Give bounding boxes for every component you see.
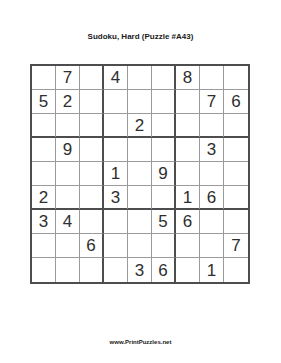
cell-r9c3: [80, 258, 104, 282]
cell-r1c1: [32, 66, 56, 90]
cell-r8c8: [200, 234, 224, 258]
cell-r5c8: [200, 162, 224, 186]
cell-r9c2: [56, 258, 80, 282]
cell-r7c5: [128, 210, 152, 234]
cell-r3c4: [104, 114, 128, 138]
cell-r2c6: [152, 90, 176, 114]
cell-r3c9: [224, 114, 248, 138]
cell-r7c9: [224, 210, 248, 234]
footer-url: www.PrintPuzzles.net: [0, 339, 281, 345]
cell-r1c3: [80, 66, 104, 90]
puzzle-title: Sudoku, Hard (Puzzle #A43): [0, 32, 281, 41]
cell-r2c4: [104, 90, 128, 114]
cell-r5c5: [128, 162, 152, 186]
cell-r8c5: [128, 234, 152, 258]
cell-r4c8: 3: [200, 138, 224, 162]
cell-r7c2: 4: [56, 210, 80, 234]
cell-r4c1: [32, 138, 56, 162]
cell-r2c3: [80, 90, 104, 114]
cell-r4c9: [224, 138, 248, 162]
cell-r9c4: [104, 258, 128, 282]
cell-r5c3: [80, 162, 104, 186]
cell-r8c4: [104, 234, 128, 258]
cell-r5c2: [56, 162, 80, 186]
cell-r9c7: [176, 258, 200, 282]
cell-r9c5: 3: [128, 258, 152, 282]
cell-r5c7: [176, 162, 200, 186]
cell-r7c6: 5: [152, 210, 176, 234]
cell-r2c2: 2: [56, 90, 80, 114]
cell-r3c7: [176, 114, 200, 138]
cell-r8c3: 6: [80, 234, 104, 258]
cell-r2c1: 5: [32, 90, 56, 114]
cell-r1c4: 4: [104, 66, 128, 90]
cell-r4c6: [152, 138, 176, 162]
cell-r6c4: 3: [104, 186, 128, 210]
cell-r8c6: [152, 234, 176, 258]
cell-r7c7: 6: [176, 210, 200, 234]
cell-r7c3: [80, 210, 104, 234]
cell-r6c5: [128, 186, 152, 210]
cell-r9c6: 6: [152, 258, 176, 282]
cell-r4c4: [104, 138, 128, 162]
cell-r6c3: [80, 186, 104, 210]
cell-r7c8: [200, 210, 224, 234]
cell-r3c5: 2: [128, 114, 152, 138]
cell-r2c5: [128, 90, 152, 114]
cell-r8c1: [32, 234, 56, 258]
cell-r2c9: 6: [224, 90, 248, 114]
cell-r1c8: [200, 66, 224, 90]
cell-r3c3: [80, 114, 104, 138]
cell-r3c6: [152, 114, 176, 138]
cell-r2c7: [176, 90, 200, 114]
cell-r1c2: 7: [56, 66, 80, 90]
cell-r1c9: [224, 66, 248, 90]
cell-r5c4: 1: [104, 162, 128, 186]
cell-r6c2: [56, 186, 80, 210]
cell-r4c5: [128, 138, 152, 162]
printable-puzzle-page: Sudoku, Hard (Puzzle #A43) 7485276293192…: [0, 0, 281, 363]
cell-r6c9: [224, 186, 248, 210]
cell-r3c2: [56, 114, 80, 138]
sudoku-grid: 7485276293192316345667361: [30, 64, 250, 284]
cell-r1c5: [128, 66, 152, 90]
cell-r8c7: [176, 234, 200, 258]
cell-r9c9: [224, 258, 248, 282]
cell-r5c1: [32, 162, 56, 186]
cell-r4c7: [176, 138, 200, 162]
cell-r4c2: 9: [56, 138, 80, 162]
cell-r8c9: 7: [224, 234, 248, 258]
cell-r2c8: 7: [200, 90, 224, 114]
cell-r6c1: 2: [32, 186, 56, 210]
cell-r7c1: 3: [32, 210, 56, 234]
cell-r1c7: 8: [176, 66, 200, 90]
cell-r5c6: 9: [152, 162, 176, 186]
cell-r3c1: [32, 114, 56, 138]
cell-r9c1: [32, 258, 56, 282]
cell-r8c2: [56, 234, 80, 258]
cell-r6c8: 6: [200, 186, 224, 210]
cell-r3c8: [200, 114, 224, 138]
cell-r9c8: 1: [200, 258, 224, 282]
cell-r7c4: [104, 210, 128, 234]
cell-r1c6: [152, 66, 176, 90]
cell-r5c9: [224, 162, 248, 186]
cell-r6c7: 1: [176, 186, 200, 210]
cell-r6c6: [152, 186, 176, 210]
cell-r4c3: [80, 138, 104, 162]
